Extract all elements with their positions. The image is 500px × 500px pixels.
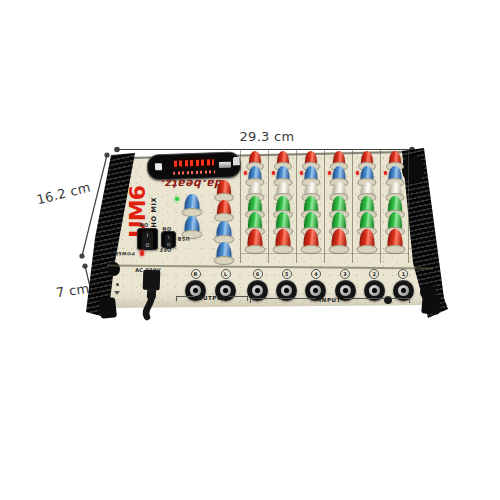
red-knob xyxy=(275,229,290,251)
input-jack-label: 3 xyxy=(340,269,350,279)
jack-hole xyxy=(284,288,289,293)
channel-peak-led xyxy=(300,171,303,175)
jack-hole xyxy=(343,288,348,293)
output-jack-label: R xyxy=(191,269,201,279)
channel-peak-led xyxy=(244,171,247,175)
input-label-text: INPUT xyxy=(319,297,341,303)
right-foot xyxy=(421,294,441,314)
output-jack-label: L xyxy=(221,269,231,279)
button-row xyxy=(173,170,215,174)
vent-hole xyxy=(116,283,119,286)
fuse-mark xyxy=(114,291,120,295)
cord-strain-relief xyxy=(147,288,157,300)
usb-port xyxy=(219,162,231,168)
red-knob xyxy=(387,229,402,251)
channel-strip-2 xyxy=(269,149,297,263)
folder-icon xyxy=(155,163,162,170)
blue-knob xyxy=(217,221,232,241)
jack-ring xyxy=(340,285,351,296)
chassis-screw xyxy=(384,296,392,304)
height-dimension-label: 16.2 cm xyxy=(35,180,92,208)
channel-strip-4 xyxy=(325,149,353,263)
power-switch-i-mark: I xyxy=(147,233,148,238)
red-knob xyxy=(217,180,231,199)
input-jack-label: 5 xyxy=(282,269,292,279)
channel-peak-led xyxy=(384,171,387,175)
left-foot xyxy=(99,297,117,319)
signal-led xyxy=(175,197,179,201)
red-knob xyxy=(217,200,231,219)
usb-switch-i-mark: I xyxy=(168,236,169,240)
blue-knob xyxy=(185,216,200,236)
jack-ring xyxy=(369,285,380,296)
jack-hole xyxy=(401,288,406,293)
depth-dimension-label: 7 cm xyxy=(55,281,90,301)
red-knob xyxy=(303,229,318,251)
channel-peak-led xyxy=(272,171,275,175)
output-label-text: OUTPUT xyxy=(198,295,227,301)
jack-ring xyxy=(252,285,263,296)
channel-strips xyxy=(240,149,409,263)
jack-ring xyxy=(398,285,409,296)
jack-ring xyxy=(310,285,321,296)
jack-ring xyxy=(281,285,292,296)
master-knobs xyxy=(216,180,232,266)
power-switch: I O xyxy=(137,228,158,250)
channel-peak-led xyxy=(328,171,331,175)
sd-card-icon xyxy=(233,156,240,165)
led-display xyxy=(173,157,215,168)
width-dimension-label: 29.3 cm xyxy=(222,129,312,144)
power-switch-o-mark: O xyxy=(146,243,150,248)
input-jack-label: 4 xyxy=(311,269,321,279)
channel-strip-5 xyxy=(353,149,381,263)
power-led-label: POWER xyxy=(114,251,135,256)
jack-hole xyxy=(193,288,198,293)
input-jack-label: 2 xyxy=(369,269,379,279)
output-section-label: OUTPUT xyxy=(176,295,248,301)
channel-strip-1 xyxy=(241,149,269,263)
jack-hole xyxy=(255,288,260,293)
blue-knob xyxy=(185,194,200,214)
input-jack-label: 1 xyxy=(398,269,408,279)
jack-hole xyxy=(313,288,318,293)
red-knob xyxy=(331,229,346,251)
red-knob xyxy=(359,229,374,251)
red-knob xyxy=(247,229,262,251)
power-led xyxy=(140,250,144,256)
blue-knob xyxy=(217,242,232,262)
jack-hole xyxy=(372,288,377,293)
channel-strip-3 xyxy=(297,149,325,263)
usb-switch: I O xyxy=(161,231,176,248)
usb-switch-label: USB xyxy=(177,236,190,242)
input-jack-label: 6 xyxy=(253,269,263,279)
product-photo: 29.3 cm 16.2 cm 7 cm da.beatz. UM6 ECHO … xyxy=(0,0,500,500)
echo-knobs xyxy=(184,194,200,240)
usb-switch-off-label: OFF xyxy=(159,247,171,253)
channel-peak-led xyxy=(356,171,359,175)
jack-hole xyxy=(223,288,228,293)
channel-strip-6 xyxy=(381,149,409,263)
